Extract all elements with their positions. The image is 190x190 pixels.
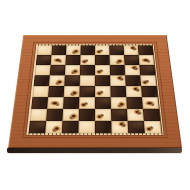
square-e7[interactable] (95, 55, 110, 65)
square-h6[interactable] (139, 65, 155, 75)
square-c8[interactable] (66, 45, 81, 55)
square-b4[interactable] (48, 86, 64, 97)
square-h7[interactable] (139, 55, 155, 65)
square-g3[interactable] (126, 97, 143, 109)
square-e1[interactable] (95, 121, 112, 134)
square-a6[interactable] (35, 65, 51, 75)
square-e8[interactable] (95, 45, 110, 55)
square-a7[interactable] (36, 55, 52, 65)
square-d4[interactable] (79, 86, 95, 97)
square-g8[interactable] (124, 45, 139, 55)
square-f4[interactable] (110, 86, 126, 97)
square-h4[interactable] (141, 86, 158, 97)
square-d5[interactable] (80, 75, 95, 86)
square-b2[interactable] (46, 109, 63, 121)
square-g2[interactable] (127, 109, 144, 121)
square-f8[interactable] (109, 45, 124, 55)
square-g1[interactable] (128, 121, 145, 134)
square-g4[interactable] (126, 86, 142, 97)
square-b3[interactable] (47, 97, 64, 109)
square-c5[interactable] (64, 75, 80, 86)
square-f7[interactable] (110, 55, 125, 65)
square-c2[interactable] (62, 109, 79, 121)
square-d7[interactable] (80, 55, 95, 65)
square-g5[interactable] (125, 75, 141, 86)
square-c3[interactable] (63, 97, 79, 109)
square-a2[interactable] (30, 109, 47, 121)
square-d6[interactable] (80, 65, 95, 75)
square-h2[interactable] (143, 109, 160, 121)
photo-canvas (0, 0, 190, 190)
square-d1[interactable] (78, 121, 95, 134)
square-h1[interactable] (144, 121, 162, 134)
square-a8[interactable] (37, 45, 52, 55)
board-grid (29, 45, 162, 133)
square-h8[interactable] (138, 45, 153, 55)
chess-board (8, 35, 182, 148)
square-d2[interactable] (79, 109, 95, 121)
square-f2[interactable] (111, 109, 128, 121)
square-d8[interactable] (80, 45, 95, 55)
board-inlay-border (26, 44, 163, 135)
square-a1[interactable] (29, 121, 47, 134)
square-a3[interactable] (31, 97, 48, 109)
square-c1[interactable] (62, 121, 79, 134)
square-b6[interactable] (50, 65, 66, 75)
square-d3[interactable] (79, 97, 95, 109)
square-e6[interactable] (95, 65, 110, 75)
square-e2[interactable] (95, 109, 111, 121)
square-g7[interactable] (124, 55, 139, 65)
square-b8[interactable] (51, 45, 66, 55)
square-e3[interactable] (95, 97, 111, 109)
square-c7[interactable] (65, 55, 80, 65)
square-c6[interactable] (65, 65, 80, 75)
square-f3[interactable] (111, 97, 127, 109)
square-a4[interactable] (32, 86, 49, 97)
square-g6[interactable] (125, 65, 141, 75)
square-b5[interactable] (49, 75, 65, 86)
square-h5[interactable] (140, 75, 156, 86)
square-f1[interactable] (111, 121, 128, 134)
square-b1[interactable] (45, 121, 62, 134)
square-h3[interactable] (142, 97, 159, 109)
square-e5[interactable] (95, 75, 110, 86)
board-side-edge (7, 148, 182, 153)
square-f5[interactable] (110, 75, 126, 86)
square-f6[interactable] (110, 65, 125, 75)
square-b7[interactable] (51, 55, 66, 65)
square-e4[interactable] (95, 86, 111, 97)
square-c4[interactable] (64, 86, 80, 97)
square-a5[interactable] (34, 75, 50, 86)
